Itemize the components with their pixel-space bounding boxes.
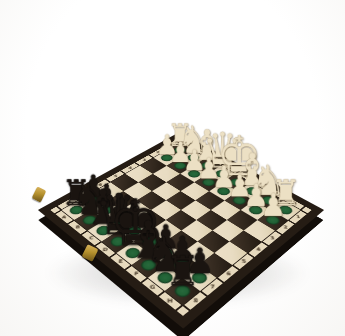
- coord-label: 1: [169, 144, 172, 147]
- coord-label: 3: [270, 236, 275, 240]
- coord-label: A: [187, 144, 191, 147]
- coord-label: 5: [241, 259, 246, 264]
- piece-black-rook[interactable]: ♜: [158, 251, 208, 291]
- coord-label: E: [118, 259, 123, 264]
- coord-label: B: [75, 225, 80, 229]
- coord-label: 4: [128, 166, 132, 169]
- coord-label: H: [167, 298, 173, 303]
- brass-hinge-icon: [32, 186, 47, 202]
- coord-label: B: [200, 151, 204, 154]
- piece-white-pawn[interactable]: ♟: [251, 190, 294, 220]
- coord-label: 8: [193, 298, 198, 303]
- coord-label: C: [214, 159, 218, 162]
- coord-label: 2: [283, 225, 288, 229]
- coord-label: 6: [226, 271, 231, 276]
- coord-label: C: [88, 236, 93, 240]
- coord-label: G: [150, 284, 156, 289]
- coord-label: 1: [295, 215, 300, 219]
- coord-label: 7: [210, 284, 215, 289]
- coord-label: 2: [156, 151, 160, 154]
- product-photo-scene: 87654321A♜♟♟♜AB♞♟♟♞BC♝♟♟♝CD♛♟♟♛DE♚♟♟♚EF♝…: [0, 0, 345, 336]
- coord-label: D: [228, 166, 233, 169]
- coord-label: 4: [256, 247, 261, 251]
- coord-label: F: [134, 271, 139, 276]
- coord-label: 3: [142, 159, 146, 162]
- coord-label: A: [62, 215, 67, 219]
- coord-label: D: [102, 247, 108, 251]
